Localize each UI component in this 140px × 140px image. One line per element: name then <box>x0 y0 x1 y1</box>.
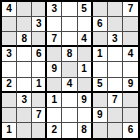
cell-r6c2[interactable] <box>17 78 32 93</box>
cell-r8c3[interactable]: 7 <box>32 108 47 123</box>
cell-r8c4[interactable] <box>47 108 62 123</box>
cell-r3c5[interactable] <box>62 32 77 47</box>
cell-r2c2[interactable] <box>17 17 32 32</box>
cell-r1c1[interactable]: 4 <box>2 2 17 17</box>
cell-r6c4[interactable] <box>47 78 62 93</box>
cell-r4c1[interactable]: 3 <box>2 47 17 62</box>
cell-r5c7[interactable] <box>93 62 108 77</box>
cell-r6c3[interactable]: 1 <box>32 78 47 93</box>
cell-r3c8[interactable]: 3 <box>108 32 123 47</box>
cell-r6c7[interactable]: 5 <box>93 78 108 93</box>
cell-r4c7[interactable]: 1 <box>93 47 108 62</box>
cell-r7c5[interactable] <box>62 93 77 108</box>
cell-r7c3[interactable] <box>32 93 47 108</box>
cell-r3c4[interactable]: 7 <box>47 32 62 47</box>
cell-r5c5[interactable] <box>62 62 77 77</box>
cell-r2c7[interactable]: 6 <box>93 17 108 32</box>
cell-r8c7[interactable]: 9 <box>93 108 108 123</box>
cell-r2c3[interactable]: 3 <box>32 17 47 32</box>
cell-r1c9[interactable]: 7 <box>123 2 138 17</box>
cell-r8c1[interactable] <box>2 108 17 123</box>
cell-r2c1[interactable] <box>2 17 17 32</box>
cell-r2c6[interactable] <box>78 17 93 32</box>
cell-r6c8[interactable] <box>108 78 123 93</box>
cell-r8c2[interactable] <box>17 108 32 123</box>
cell-r9c6[interactable]: 8 <box>78 123 93 138</box>
cell-r5c1[interactable] <box>2 62 17 77</box>
cell-r5c4[interactable]: 9 <box>47 62 62 77</box>
cell-r2c4[interactable] <box>47 17 62 32</box>
cell-r7c7[interactable] <box>93 93 108 108</box>
cell-r5c2[interactable] <box>17 62 32 77</box>
cell-r3c7[interactable] <box>93 32 108 47</box>
cell-r7c4[interactable]: 1 <box>47 93 62 108</box>
cell-r9c5[interactable] <box>62 123 77 138</box>
cell-r8c6[interactable] <box>78 108 93 123</box>
cell-r6c6[interactable] <box>78 78 93 93</box>
cell-r1c7[interactable] <box>93 2 108 17</box>
cell-r4c2[interactable] <box>17 47 32 62</box>
cell-r3c1[interactable] <box>2 32 17 47</box>
cell-r7c9[interactable] <box>123 93 138 108</box>
cell-r3c6[interactable]: 4 <box>78 32 93 47</box>
cell-r5c9[interactable] <box>123 62 138 77</box>
cell-r7c6[interactable]: 9 <box>78 93 93 108</box>
cell-r8c9[interactable] <box>123 108 138 123</box>
cell-r7c1[interactable] <box>2 93 17 108</box>
cell-r6c1[interactable]: 2 <box>2 78 17 93</box>
cell-r8c5[interactable] <box>62 108 77 123</box>
cell-r5c3[interactable] <box>32 62 47 77</box>
cell-r1c5[interactable] <box>62 2 77 17</box>
cell-r9c7[interactable] <box>93 123 108 138</box>
cell-r9c1[interactable]: 1 <box>2 123 17 138</box>
cell-r9c3[interactable] <box>32 123 47 138</box>
cell-r6c9[interactable]: 9 <box>123 78 138 93</box>
cell-r3c9[interactable] <box>123 32 138 47</box>
cell-r4c6[interactable] <box>78 47 93 62</box>
cell-r1c2[interactable] <box>17 2 32 17</box>
cell-r7c8[interactable]: 7 <box>108 93 123 108</box>
cell-r1c6[interactable]: 5 <box>78 2 93 17</box>
cell-r7c2[interactable]: 3 <box>17 93 32 108</box>
cell-r5c8[interactable] <box>108 62 123 77</box>
cell-r4c4[interactable] <box>47 47 62 62</box>
cell-r4c3[interactable]: 6 <box>32 47 47 62</box>
cell-r5c6[interactable]: 1 <box>78 62 93 77</box>
cell-r9c2[interactable] <box>17 123 32 138</box>
cell-r9c8[interactable] <box>108 123 123 138</box>
cell-r2c5[interactable] <box>62 17 77 32</box>
cell-r9c4[interactable]: 2 <box>47 123 62 138</box>
cell-r1c8[interactable] <box>108 2 123 17</box>
cell-r6c5[interactable]: 4 <box>62 78 77 93</box>
cell-r4c9[interactable]: 4 <box>123 47 138 62</box>
cell-r1c4[interactable]: 3 <box>47 2 62 17</box>
sudoku-board: 43573687433681491214593197791286 <box>0 0 140 140</box>
cell-r2c8[interactable] <box>108 17 123 32</box>
cell-r4c5[interactable]: 8 <box>62 47 77 62</box>
cell-r1c3[interactable] <box>32 2 47 17</box>
cell-r2c9[interactable] <box>123 17 138 32</box>
cell-r3c2[interactable]: 8 <box>17 32 32 47</box>
cell-r4c8[interactable] <box>108 47 123 62</box>
cell-r3c3[interactable] <box>32 32 47 47</box>
cell-r9c9[interactable]: 6 <box>123 123 138 138</box>
cell-r8c8[interactable] <box>108 108 123 123</box>
